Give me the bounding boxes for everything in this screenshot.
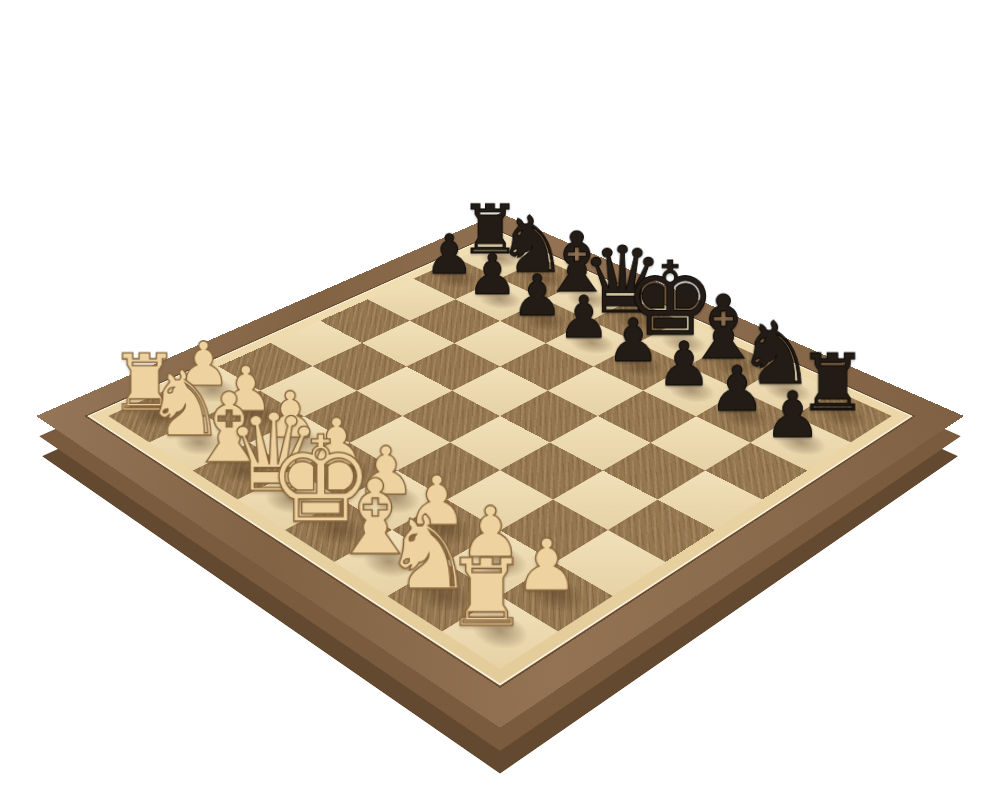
square-h1[interactable]: ♜: [442, 596, 558, 669]
board-maple-field: ♜♞♝♛♚♝♞♜♟♟♟♟♟♟♟♟♟♟♟♟♟♟♟♟♜♞♝♛♚♝♞♜: [87, 232, 913, 686]
piece-black-pawn-h7[interactable]: ♟: [706, 384, 881, 448]
square-e5[interactable]: [500, 391, 598, 443]
square-h5[interactable]: [657, 470, 762, 530]
piece-white-rook-h1[interactable]: ♜: [385, 547, 588, 640]
board-frame: ♜♞♝♛♚♝♞♜♟♟♟♟♟♟♟♟♟♟♟♟♟♟♟♟♜♞♝♛♚♝♞♜: [36, 213, 964, 728]
chess-board-3d: ♜♞♝♛♚♝♞♜♟♟♟♟♟♟♟♟♟♟♟♟♟♟♟♟♜♞♝♛♚♝♞♜: [36, 213, 964, 728]
chess-board: ♜♞♝♛♚♝♞♜♟♟♟♟♟♟♟♟♟♟♟♟♟♟♟♟♜♞♝♛♚♝♞♜: [108, 240, 891, 669]
product-photo-scene: ♜♞♝♛♚♝♞♜♟♟♟♟♟♟♟♟♟♟♟♟♟♟♟♟♜♞♝♛♚♝♞♜: [0, 0, 1000, 800]
